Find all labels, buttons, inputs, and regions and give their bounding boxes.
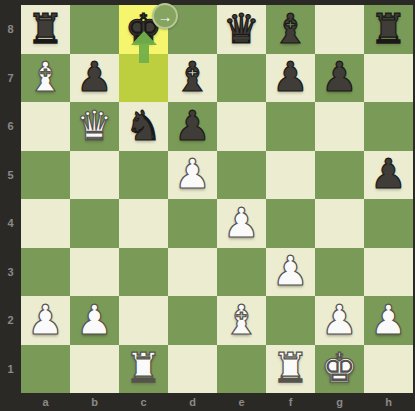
square-f4[interactable] — [266, 199, 315, 248]
square-e5[interactable] — [217, 151, 266, 200]
square-c7[interactable] — [119, 54, 168, 103]
square-e8[interactable]: ♛ — [217, 5, 266, 54]
square-d4[interactable] — [168, 199, 217, 248]
square-a5[interactable] — [21, 151, 70, 200]
file-label-g: g — [315, 393, 364, 411]
square-b1[interactable] — [70, 345, 119, 394]
rank-label-4: 4 — [0, 199, 21, 248]
white-rook[interactable]: ♜ — [266, 345, 315, 394]
square-a8[interactable]: ♜ — [21, 5, 70, 54]
square-c3[interactable] — [119, 248, 168, 297]
square-d1[interactable] — [168, 345, 217, 394]
file-label-a: a — [21, 393, 70, 411]
white-pawn[interactable]: ♟ — [266, 248, 315, 297]
square-e7[interactable] — [217, 54, 266, 103]
rank-label-2: 2 — [0, 296, 21, 345]
white-pawn[interactable]: ♟ — [315, 296, 364, 345]
square-e3[interactable] — [217, 248, 266, 297]
square-g6[interactable] — [315, 102, 364, 151]
arrow-right-icon: → — [152, 3, 178, 29]
rank-label-5: 5 — [0, 151, 21, 200]
square-a3[interactable] — [21, 248, 70, 297]
black-rook[interactable]: ♜ — [21, 5, 70, 54]
black-pawn[interactable]: ♟ — [266, 54, 315, 103]
square-f5[interactable] — [266, 151, 315, 200]
square-d3[interactable] — [168, 248, 217, 297]
square-g7[interactable]: ♟ — [315, 54, 364, 103]
square-c5[interactable] — [119, 151, 168, 200]
file-label-b: b — [70, 393, 119, 411]
square-d5[interactable]: ♟ — [168, 151, 217, 200]
rank-label-3: 3 — [0, 248, 21, 297]
square-h8[interactable]: ♜ — [364, 5, 413, 54]
square-e2[interactable]: ♝ — [217, 296, 266, 345]
square-g5[interactable] — [315, 151, 364, 200]
square-c1[interactable]: ♜ — [119, 345, 168, 394]
square-d2[interactable] — [168, 296, 217, 345]
black-pawn[interactable]: ♟ — [364, 151, 413, 200]
square-c8[interactable]: ♚→ — [119, 5, 168, 54]
black-pawn[interactable]: ♟ — [315, 54, 364, 103]
file-label-e: e — [217, 393, 266, 411]
square-c4[interactable] — [119, 199, 168, 248]
square-h4[interactable] — [364, 199, 413, 248]
square-b6[interactable]: ♛ — [70, 102, 119, 151]
square-b8[interactable] — [70, 5, 119, 54]
white-pawn[interactable]: ♟ — [21, 296, 70, 345]
white-queen[interactable]: ♛ — [70, 102, 119, 151]
square-b5[interactable] — [70, 151, 119, 200]
square-b4[interactable] — [70, 199, 119, 248]
square-e6[interactable] — [217, 102, 266, 151]
white-pawn[interactable]: ♟ — [364, 296, 413, 345]
square-c2[interactable] — [119, 296, 168, 345]
white-rook[interactable]: ♜ — [119, 345, 168, 394]
square-f8[interactable]: ♝ — [266, 5, 315, 54]
square-a4[interactable] — [21, 199, 70, 248]
square-h1[interactable] — [364, 345, 413, 394]
black-pawn[interactable]: ♟ — [70, 54, 119, 103]
square-h7[interactable] — [364, 54, 413, 103]
square-g4[interactable] — [315, 199, 364, 248]
square-a6[interactable] — [21, 102, 70, 151]
square-a1[interactable] — [21, 345, 70, 394]
rank-label-8: 8 — [0, 5, 21, 54]
square-b3[interactable] — [70, 248, 119, 297]
rank-label-6: 6 — [0, 102, 21, 151]
square-e1[interactable] — [217, 345, 266, 394]
square-g1[interactable]: ♚ — [315, 345, 364, 394]
rank-label-7: 7 — [0, 54, 21, 103]
square-g2[interactable]: ♟ — [315, 296, 364, 345]
square-h3[interactable] — [364, 248, 413, 297]
square-f2[interactable] — [266, 296, 315, 345]
square-g3[interactable] — [315, 248, 364, 297]
white-pawn[interactable]: ♟ — [70, 296, 119, 345]
square-h5[interactable]: ♟ — [364, 151, 413, 200]
black-queen[interactable]: ♛ — [217, 5, 266, 54]
chess-board: ♜♚→♛♝♜♝♟♝♟♟♛♞♟♟♟♟♟♟♟♝♟♟♜♜♚ — [21, 5, 413, 393]
square-c6[interactable]: ♞ — [119, 102, 168, 151]
white-pawn[interactable]: ♟ — [217, 199, 266, 248]
square-e4[interactable]: ♟ — [217, 199, 266, 248]
white-bishop[interactable]: ♝ — [21, 54, 70, 103]
square-h6[interactable] — [364, 102, 413, 151]
black-pawn[interactable]: ♟ — [168, 102, 217, 151]
square-d6[interactable]: ♟ — [168, 102, 217, 151]
black-bishop[interactable]: ♝ — [266, 5, 315, 54]
black-rook[interactable]: ♜ — [364, 5, 413, 54]
white-bishop[interactable]: ♝ — [217, 296, 266, 345]
square-f3[interactable]: ♟ — [266, 248, 315, 297]
white-pawn[interactable]: ♟ — [168, 151, 217, 200]
file-label-f: f — [266, 393, 315, 411]
square-f1[interactable]: ♜ — [266, 345, 315, 394]
square-g8[interactable] — [315, 5, 364, 54]
square-f6[interactable] — [266, 102, 315, 151]
white-king[interactable]: ♚ — [315, 345, 364, 394]
square-b7[interactable]: ♟ — [70, 54, 119, 103]
file-label-c: c — [119, 393, 168, 411]
square-a7[interactable]: ♝ — [21, 54, 70, 103]
black-knight[interactable]: ♞ — [119, 102, 168, 151]
file-label-d: d — [168, 393, 217, 411]
file-label-h: h — [364, 393, 413, 411]
screenshot-root: { "game": "chess", "app": "chess-dot-com… — [0, 0, 415, 411]
square-a2[interactable]: ♟ — [21, 296, 70, 345]
black-bishop[interactable]: ♝ — [168, 54, 217, 103]
square-d7[interactable]: ♝ — [168, 54, 217, 103]
chess-app: 87654321 abcdefgh ♜♚→♛♝♜♝♟♝♟♟♛♞♟♟♟♟♟♟♟♝♟… — [0, 0, 415, 411]
square-h2[interactable]: ♟ — [364, 296, 413, 345]
square-f7[interactable]: ♟ — [266, 54, 315, 103]
square-b2[interactable]: ♟ — [70, 296, 119, 345]
rank-label-1: 1 — [0, 345, 21, 394]
